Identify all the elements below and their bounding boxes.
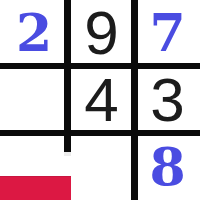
digit: 9 [84, 2, 118, 64]
vertical-grid-line-2 [131, 0, 138, 200]
vertical-grid-line-1 [64, 0, 71, 152]
vertical-grid-line-1-end-shadow [64, 152, 71, 156]
cell-r2c2[interactable]: 8 [135, 133, 200, 200]
cell-r1c1[interactable]: 4 [68, 66, 135, 133]
cell-r1c0[interactable] [0, 66, 68, 133]
digit: 8 [149, 141, 185, 193]
cell-r0c2[interactable]: 7 [135, 0, 200, 66]
digit: 2 [16, 7, 52, 59]
horizontal-grid-line-2 [0, 130, 200, 136]
sudoku-board: 2 9 7 4 3 8 [0, 0, 200, 200]
horizontal-grid-line-1 [0, 63, 200, 69]
digit: 4 [84, 69, 118, 131]
digit: 7 [149, 7, 185, 59]
cell-r0c0[interactable]: 2 [0, 0, 68, 66]
digit: 3 [150, 69, 184, 131]
cell-r0c1[interactable]: 9 [68, 0, 135, 66]
red-flag-block [0, 176, 71, 200]
cell-grid: 2 9 7 4 3 8 [0, 0, 200, 200]
cell-r1c2[interactable]: 3 [135, 66, 200, 133]
cell-r2c1[interactable] [68, 133, 135, 200]
